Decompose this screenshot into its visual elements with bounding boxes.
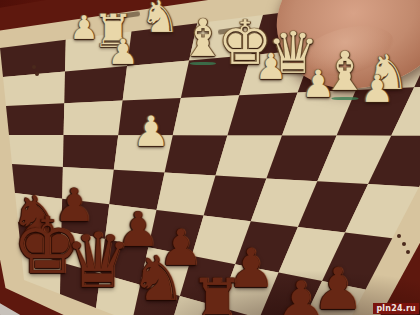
screw-hole: [402, 242, 406, 246]
table-surface: ♜♟♞♝♚♟♛♟♟♝♞♟♟♞♚♟♛♟♟♞♜♟♟♟ pln24.ru: [0, 0, 420, 315]
black-rook-e8: ♜: [189, 271, 245, 315]
white-pawn-b2: ♟: [107, 35, 138, 70]
black-pawn-g7: ♟: [274, 273, 328, 315]
screw-hole: [406, 250, 410, 254]
square-b4: [63, 135, 118, 170]
white-pawn-c4: ♟: [132, 111, 170, 153]
screw-hole: [35, 72, 39, 76]
green-felt-base: [332, 97, 359, 100]
black-knight-d8: ♞: [130, 248, 186, 310]
screw-hole: [397, 234, 401, 238]
square-a2: [3, 72, 65, 107]
screw-hole: [32, 65, 36, 69]
white-pawn-h5: ♟: [360, 70, 394, 108]
square-a4: [9, 135, 64, 167]
white-knight-c1: ♞: [140, 0, 179, 39]
black-queen-c8: ♛: [64, 223, 132, 299]
watermark: pln24.ru: [373, 303, 419, 314]
green-felt-base: [190, 62, 216, 65]
square-b3: [64, 101, 123, 136]
square-a3: [6, 103, 64, 135]
white-pawn-e3: ♟: [255, 49, 287, 85]
